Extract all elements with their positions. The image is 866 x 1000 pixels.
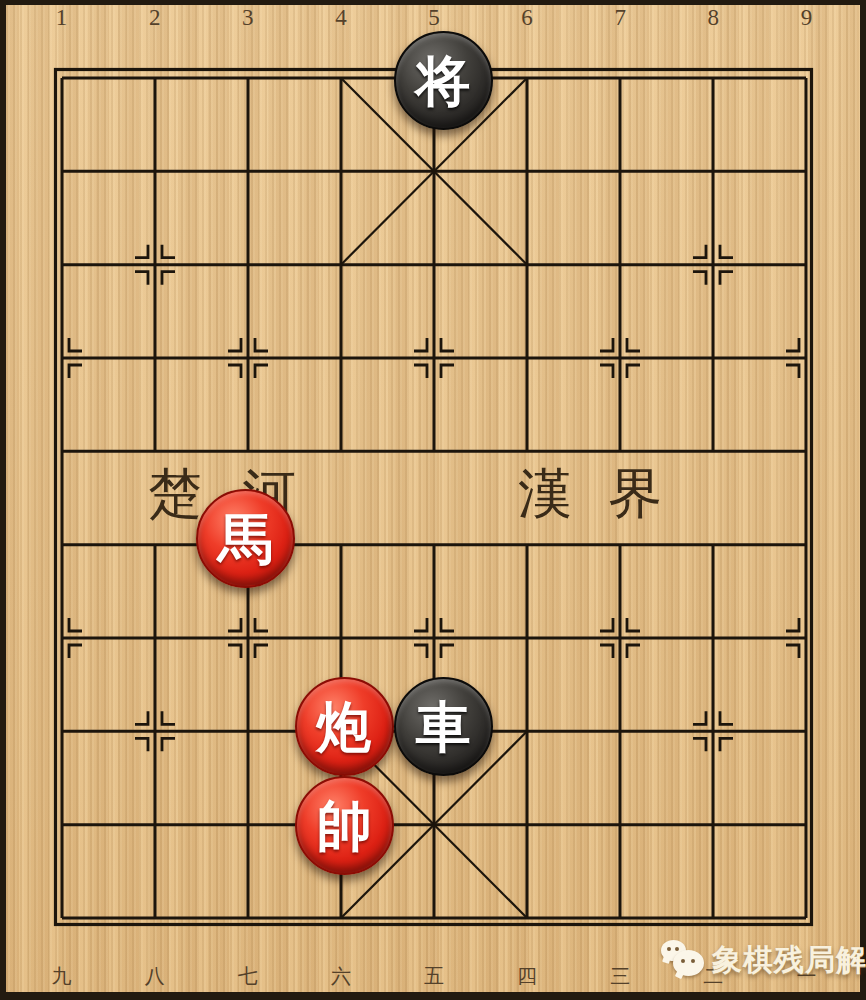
watermark-text: 象棋残局解析 xyxy=(712,940,866,981)
file-label-bottom-1: 九 xyxy=(15,963,108,990)
piece-red-horse-c5[interactable]: 馬 xyxy=(196,489,295,588)
piece-glyph: 炮 xyxy=(317,699,372,754)
file-label-bottom-4: 六 xyxy=(294,963,387,990)
file-label-bottom-6: 四 xyxy=(481,963,574,990)
xiangqi-board-page: 123456789 楚河 漢界 将馬炮車帥 九八七六五四三二一 象棋残局解析 xyxy=(0,0,866,1000)
file-label-bottom-3: 七 xyxy=(201,963,294,990)
piece-black-general-e10[interactable]: 将 xyxy=(394,31,493,130)
watermark: 象棋残局解析 xyxy=(660,938,866,982)
piece-glyph: 車 xyxy=(416,699,471,754)
file-label-top-7: 7 xyxy=(574,5,667,31)
piece-glyph: 帥 xyxy=(317,798,372,853)
piece-glyph: 馬 xyxy=(218,511,273,566)
file-label-bottom-7: 三 xyxy=(574,963,667,990)
piece-black-chariot-e3[interactable]: 車 xyxy=(394,677,493,776)
top-coordinates: 123456789 xyxy=(15,4,853,32)
file-label-bottom-2: 八 xyxy=(108,963,201,990)
wechat-bubble-big xyxy=(673,950,704,976)
file-label-top-9: 9 xyxy=(760,5,853,31)
file-label-top-4: 4 xyxy=(294,5,387,31)
piece-glyph: 将 xyxy=(416,53,471,108)
wechat-icon xyxy=(660,939,708,981)
file-label-top-5: 5 xyxy=(387,5,480,31)
piece-red-general-d2[interactable]: 帥 xyxy=(295,776,394,875)
file-label-top-6: 6 xyxy=(481,5,574,31)
file-label-top-8: 8 xyxy=(667,5,760,31)
piece-red-cannon-d3[interactable]: 炮 xyxy=(295,677,394,776)
file-label-top-2: 2 xyxy=(108,5,201,31)
board-grid: 将馬炮車帥 xyxy=(16,31,853,964)
file-label-top-3: 3 xyxy=(201,5,294,31)
file-label-bottom-5: 五 xyxy=(387,963,480,990)
file-label-top-1: 1 xyxy=(15,5,108,31)
